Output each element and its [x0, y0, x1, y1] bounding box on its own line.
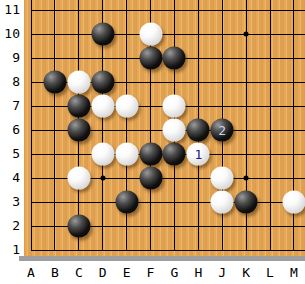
col-label-K: K	[237, 265, 255, 281]
col-label-H: H	[189, 265, 207, 281]
move-label-2: 2	[211, 119, 234, 142]
row-label-7: 7	[0, 98, 20, 114]
black-stone-F9[interactable]	[139, 47, 162, 70]
go-board[interactable]: 21	[24, 0, 305, 256]
black-stone-J6[interactable]: 2	[211, 119, 234, 142]
star-point-K4	[244, 176, 249, 181]
row-label-2: 2	[0, 218, 20, 234]
black-stone-F5[interactable]	[139, 143, 162, 166]
white-stone-G7[interactable]	[163, 95, 186, 118]
black-stone-H6[interactable]	[187, 119, 210, 142]
white-stone-J3[interactable]	[211, 191, 234, 214]
black-stone-G5[interactable]	[163, 143, 186, 166]
col-label-F: F	[142, 265, 160, 281]
grid-line-col-A	[31, 0, 32, 251]
col-label-M: M	[285, 265, 303, 281]
board-shadow	[19, 256, 305, 261]
move-label-1: 1	[187, 143, 210, 166]
row-label-3: 3	[0, 194, 20, 210]
black-stone-G9[interactable]	[163, 47, 186, 70]
col-label-G: G	[165, 265, 183, 281]
white-stone-F10[interactable]	[139, 23, 162, 46]
black-stone-C6[interactable]	[67, 119, 90, 142]
black-stone-D8[interactable]	[91, 71, 114, 94]
white-stone-C8[interactable]	[67, 71, 90, 94]
white-stone-E5[interactable]	[115, 143, 138, 166]
row-label-9: 9	[0, 50, 20, 66]
row-label-11: 11	[0, 2, 20, 18]
row-label-8: 8	[0, 74, 20, 90]
col-label-J: J	[213, 265, 231, 281]
star-point-K10	[244, 32, 249, 37]
white-stone-H5[interactable]: 1	[187, 143, 210, 166]
row-label-10: 10	[0, 26, 20, 42]
grid-line-col-L	[270, 0, 271, 251]
black-stone-E3[interactable]	[115, 191, 138, 214]
black-stone-C2[interactable]	[67, 215, 90, 238]
col-label-D: D	[94, 265, 112, 281]
grid-line-row-1	[31, 250, 305, 251]
black-stone-K3[interactable]	[235, 191, 258, 214]
grid-line-col-B	[54, 0, 55, 251]
grid-line-row-10	[31, 34, 305, 35]
white-stone-J4[interactable]	[211, 167, 234, 190]
row-label-1: 1	[0, 242, 20, 258]
white-stone-D5[interactable]	[91, 143, 114, 166]
go-diagram: 21 1110987654321ABCDEFGHJKLM	[0, 0, 305, 284]
col-label-C: C	[70, 265, 88, 281]
black-stone-C7[interactable]	[67, 95, 90, 118]
black-stone-D10[interactable]	[91, 23, 114, 46]
col-label-L: L	[261, 265, 279, 281]
row-label-6: 6	[0, 122, 20, 138]
col-label-E: E	[118, 265, 136, 281]
grid-line-row-3	[31, 202, 305, 203]
star-point-D4	[100, 176, 105, 181]
white-stone-C4[interactable]	[67, 167, 90, 190]
white-stone-G6[interactable]	[163, 119, 186, 142]
col-label-B: B	[46, 265, 64, 281]
grid-line-row-11	[31, 10, 305, 11]
col-label-A: A	[22, 265, 40, 281]
black-stone-B8[interactable]	[43, 71, 66, 94]
row-label-4: 4	[0, 170, 20, 186]
white-stone-E7[interactable]	[115, 95, 138, 118]
white-stone-D7[interactable]	[91, 95, 114, 118]
white-stone-M3[interactable]	[282, 191, 305, 214]
row-label-5: 5	[0, 146, 20, 162]
black-stone-F4[interactable]	[139, 167, 162, 190]
